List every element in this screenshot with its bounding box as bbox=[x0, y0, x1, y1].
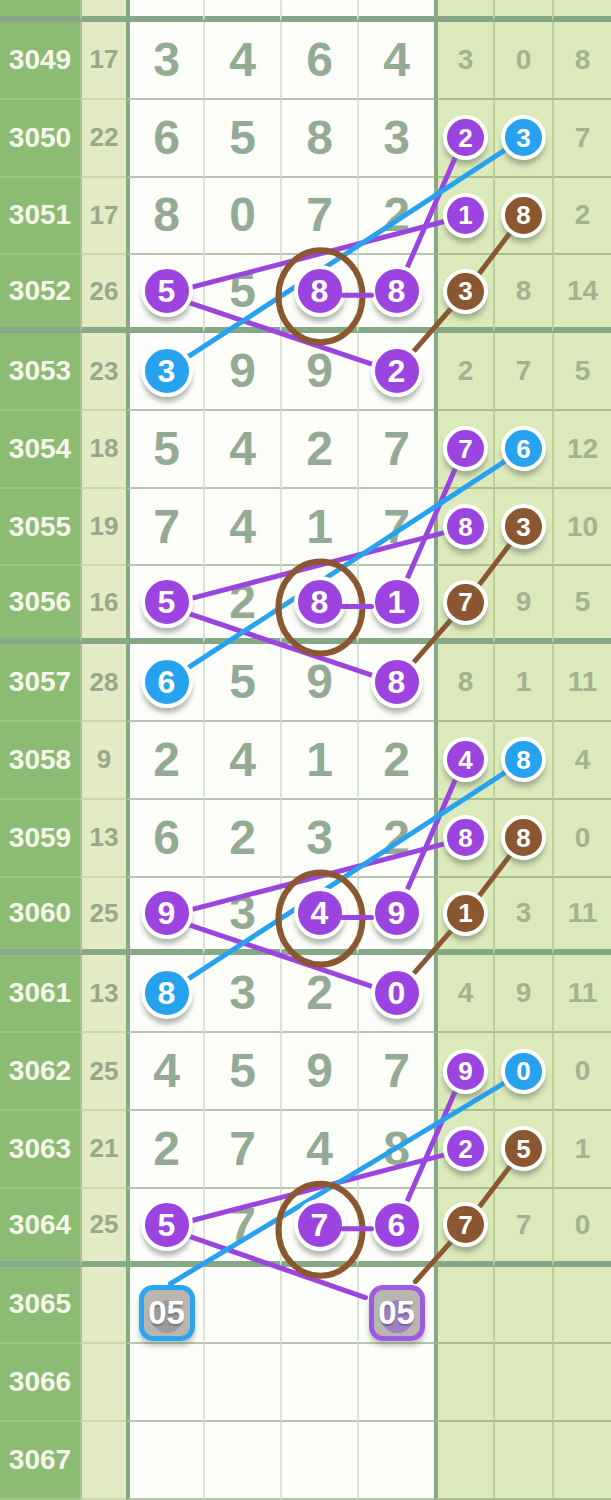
draw-digit: 6 bbox=[153, 114, 180, 162]
draw-digit-cell: 05 bbox=[126, 1267, 203, 1345]
draw-digit: 9 bbox=[229, 347, 256, 395]
draw-digit-cell bbox=[357, 1344, 434, 1422]
draw-digit-cell: 2 bbox=[126, 1111, 203, 1189]
stat-cell: 1 bbox=[434, 878, 493, 956]
draw-digit-cell: 3 bbox=[203, 878, 280, 956]
draw-digit: 1 bbox=[306, 736, 333, 784]
draw-digit: 2 bbox=[153, 736, 180, 784]
draw-digit: 4 bbox=[229, 503, 256, 551]
trend-circle-purple: 1 bbox=[371, 576, 423, 628]
issue-number: 3059 bbox=[0, 800, 80, 878]
trend-circle-blue: 6 bbox=[141, 656, 193, 708]
draw-digit: 8 bbox=[153, 191, 180, 239]
draw-digit-cell: 5 bbox=[126, 566, 203, 644]
stat-cell bbox=[493, 0, 552, 22]
draw-digit: 5 bbox=[229, 658, 256, 706]
stat-cell: 5 bbox=[493, 1111, 552, 1189]
stat-cell: 3 bbox=[434, 22, 493, 100]
sum-value bbox=[80, 1267, 126, 1345]
stat-digit: 11 bbox=[568, 899, 598, 927]
trend-circle-purple: 6 bbox=[371, 1199, 423, 1251]
chart-row-3064: 3064255776770 bbox=[0, 1189, 611, 1267]
prediction-box-purple: 05 bbox=[369, 1285, 425, 1341]
chart-row-3058: 305892412484 bbox=[0, 722, 611, 800]
draw-digit-cell: 0 bbox=[203, 178, 280, 256]
issue-number: 3067 bbox=[0, 1422, 80, 1500]
draw-digit: 7 bbox=[229, 1125, 256, 1173]
draw-digit: 4 bbox=[229, 736, 256, 784]
draw-digit: 2 bbox=[306, 425, 333, 473]
issue-label: 3062 bbox=[9, 1055, 71, 1087]
stat-digit: 3 bbox=[458, 46, 474, 74]
stat-cell: 7 bbox=[493, 1189, 552, 1267]
draw-digit-cell: 8 bbox=[357, 255, 434, 333]
stat-digit: 0 bbox=[575, 1211, 591, 1239]
stat-digit: 9 bbox=[516, 588, 532, 616]
draw-digit: 4 bbox=[153, 1047, 180, 1095]
stat-digit: 9 bbox=[516, 979, 532, 1007]
trend-circle-purple: 9 bbox=[371, 887, 423, 939]
draw-digit-cell: 3 bbox=[126, 333, 203, 411]
stat-cell: 1 bbox=[434, 178, 493, 256]
sum-label: 13 bbox=[90, 822, 119, 853]
stat-cell bbox=[552, 1267, 611, 1345]
draw-digit-cell: 0 bbox=[357, 955, 434, 1033]
chart-row-3066: 3066 bbox=[0, 1344, 611, 1422]
trend-circle-blue: 8 bbox=[501, 737, 546, 782]
issue-number: 3049 bbox=[0, 22, 80, 100]
draw-digit-cell: 2 bbox=[280, 955, 357, 1033]
trend-circle-purple: 8 bbox=[294, 576, 346, 628]
draw-digit: 7 bbox=[229, 1201, 256, 1249]
chart-row-3063: 3063212748251 bbox=[0, 1111, 611, 1189]
stat-cell bbox=[552, 1344, 611, 1422]
draw-digit-cell: 9 bbox=[357, 878, 434, 956]
issue-number: 3065 bbox=[0, 1267, 80, 1345]
draw-digit-cell: 8 bbox=[126, 178, 203, 256]
sum-label: 19 bbox=[90, 511, 119, 542]
sum-cell bbox=[80, 0, 126, 22]
issue-label: 3060 bbox=[9, 897, 71, 929]
issue-number: 3062 bbox=[0, 1033, 80, 1111]
draw-digit-cell: 2 bbox=[357, 722, 434, 800]
sum-value: 25 bbox=[80, 878, 126, 956]
draw-digit-cell: 4 bbox=[203, 489, 280, 567]
issue-label: 3056 bbox=[9, 586, 71, 618]
draw-digit: 5 bbox=[229, 267, 256, 315]
stat-cell: 8 bbox=[552, 22, 611, 100]
stat-cell: 3 bbox=[493, 489, 552, 567]
stat-digit: 11 bbox=[568, 668, 598, 696]
draw-digit: 2 bbox=[306, 969, 333, 1017]
draw-digit-cell bbox=[203, 1344, 280, 1422]
draw-digit-cell: 2 bbox=[357, 800, 434, 878]
draw-digit: 5 bbox=[229, 114, 256, 162]
issue-label: 3054 bbox=[9, 433, 71, 465]
stat-cell bbox=[434, 1267, 493, 1345]
issue-number: 3057 bbox=[0, 644, 80, 722]
issue-label: 3063 bbox=[9, 1133, 71, 1165]
draw-digit: 8 bbox=[383, 1125, 410, 1173]
issue-label: 3061 bbox=[9, 977, 71, 1009]
stat-digit: 2 bbox=[575, 201, 591, 229]
draw-digit-cell: 4 bbox=[203, 22, 280, 100]
draw-digit: 2 bbox=[383, 191, 410, 239]
stat-digit: 5 bbox=[575, 588, 591, 616]
sum-label: 25 bbox=[90, 898, 119, 929]
draw-digit-cell: 3 bbox=[357, 100, 434, 178]
draw-digit-cell bbox=[203, 1422, 280, 1500]
sum-label: 13 bbox=[90, 978, 119, 1009]
trend-circle-blue: 3 bbox=[501, 115, 546, 160]
sum-value: 18 bbox=[80, 411, 126, 489]
draw-digit-cell: 7 bbox=[280, 178, 357, 256]
stat-digit: 10 bbox=[567, 513, 598, 541]
issue-label: 3066 bbox=[9, 1366, 71, 1398]
draw-digit-cell: 4 bbox=[280, 1111, 357, 1189]
stat-cell: 11 bbox=[552, 644, 611, 722]
trend-circle-blue: 3 bbox=[141, 345, 193, 397]
sum-value: 23 bbox=[80, 333, 126, 411]
trend-circle-brown: 8 bbox=[501, 815, 546, 860]
draw-digit: 8 bbox=[306, 114, 333, 162]
stat-cell: 3 bbox=[493, 100, 552, 178]
sum-label: 25 bbox=[90, 1209, 119, 1240]
issue-label: 3051 bbox=[9, 199, 71, 231]
stat-cell: 2 bbox=[434, 1111, 493, 1189]
stat-cell: 9 bbox=[434, 1033, 493, 1111]
sum-value: 21 bbox=[80, 1111, 126, 1189]
stat-cell: 11 bbox=[552, 955, 611, 1033]
stat-cell: 14 bbox=[552, 255, 611, 333]
draw-digit: 9 bbox=[306, 1047, 333, 1095]
stat-cell: 7 bbox=[434, 566, 493, 644]
issue-number: 3051 bbox=[0, 178, 80, 256]
draw-digit-cell: 5 bbox=[126, 1189, 203, 1267]
issue-number: 3061 bbox=[0, 955, 80, 1033]
sum-value: 28 bbox=[80, 644, 126, 722]
trend-circle-purple: 7 bbox=[294, 1199, 346, 1251]
stat-cell: 6 bbox=[493, 411, 552, 489]
draw-digit: 6 bbox=[306, 36, 333, 84]
trend-circle-purple: 8 bbox=[371, 265, 423, 317]
issue-label: 3052 bbox=[9, 275, 71, 307]
draw-digit-cell: 1 bbox=[280, 489, 357, 567]
chart-row-3060: 30602593491311 bbox=[0, 878, 611, 956]
stat-digit: 8 bbox=[575, 46, 591, 74]
draw-digit: 3 bbox=[229, 969, 256, 1017]
sum-label: 17 bbox=[90, 44, 119, 75]
sum-value bbox=[80, 1422, 126, 1500]
issue-label: 3064 bbox=[9, 1209, 71, 1241]
trend-circle-purple: 2 bbox=[443, 1126, 488, 1171]
draw-digit-cell: 9 bbox=[203, 333, 280, 411]
stat-digit: 4 bbox=[458, 979, 474, 1007]
chart-row-3057: 30572865988111 bbox=[0, 644, 611, 722]
stat-cell: 8 bbox=[493, 800, 552, 878]
chart-row-3061: 30611383204911 bbox=[0, 955, 611, 1033]
stat-cell: 9 bbox=[493, 566, 552, 644]
stat-cell: 2 bbox=[434, 333, 493, 411]
draw-digit-cell: 2 bbox=[203, 800, 280, 878]
draw-digit-cell: 6 bbox=[126, 644, 203, 722]
draw-digit-cell: 4 bbox=[357, 22, 434, 100]
draw-digit: 2 bbox=[153, 1125, 180, 1173]
draw-digit-cell: 7 bbox=[203, 1111, 280, 1189]
issue-number: 3050 bbox=[0, 100, 80, 178]
stat-cell: 0 bbox=[493, 22, 552, 100]
stat-cell: 1 bbox=[552, 1111, 611, 1189]
stat-cell bbox=[434, 1422, 493, 1500]
draw-digit-cell: 2 bbox=[203, 566, 280, 644]
draw-digit-cell: 6 bbox=[126, 800, 203, 878]
draw-digit: 7 bbox=[153, 503, 180, 551]
draw-digit: 1 bbox=[306, 503, 333, 551]
stat-cell: 8 bbox=[434, 644, 493, 722]
chart-row-3055: 30551974178310 bbox=[0, 489, 611, 567]
draw-digit-cell bbox=[126, 1422, 203, 1500]
trend-circle-brown: 1 bbox=[443, 891, 488, 936]
stat-cell bbox=[493, 1267, 552, 1345]
sum-value: 19 bbox=[80, 489, 126, 567]
draw-digit-cell: 1 bbox=[357, 566, 434, 644]
draw-digit: 2 bbox=[383, 736, 410, 784]
issue-number: 3055 bbox=[0, 489, 80, 567]
stat-digit: 11 bbox=[568, 979, 598, 1007]
draw-digit: 3 bbox=[306, 814, 333, 862]
draw-digit: 7 bbox=[306, 191, 333, 239]
issue-number: 3058 bbox=[0, 722, 80, 800]
draw-digit: 7 bbox=[383, 503, 410, 551]
draw-digit-cell: 3 bbox=[280, 800, 357, 878]
chart-row-3056: 3056165281795 bbox=[0, 566, 611, 644]
trend-circle-blue: 0 bbox=[501, 1049, 546, 1094]
stat-cell: 5 bbox=[552, 566, 611, 644]
stat-digit: 7 bbox=[516, 1211, 532, 1239]
draw-digit-cell: 7 bbox=[357, 1033, 434, 1111]
chart-row-partial bbox=[0, 0, 611, 22]
draw-digit: 4 bbox=[306, 1125, 333, 1173]
issue-number: 3053 bbox=[0, 333, 80, 411]
trend-circle-blue: 8 bbox=[141, 967, 193, 1019]
sum-label: 9 bbox=[97, 744, 111, 775]
sum-value: 17 bbox=[80, 178, 126, 256]
stat-cell: 10 bbox=[552, 489, 611, 567]
draw-digit-cell: 9 bbox=[126, 878, 203, 956]
sum-label: 23 bbox=[90, 356, 119, 387]
draw-digit-cell: 8 bbox=[357, 1111, 434, 1189]
stat-cell: 5 bbox=[552, 333, 611, 411]
draw-digit-cell: 05 bbox=[357, 1267, 434, 1345]
draw-digit: 6 bbox=[153, 814, 180, 862]
issue-number: 3064 bbox=[0, 1189, 80, 1267]
trend-circle-purple: 2 bbox=[443, 115, 488, 160]
stat-digit: 7 bbox=[575, 124, 591, 152]
issue-number: 3060 bbox=[0, 878, 80, 956]
draw-digit: 4 bbox=[383, 36, 410, 84]
trend-circle-brown: 5 bbox=[501, 1126, 546, 1171]
stat-cell: 0 bbox=[552, 800, 611, 878]
stat-cell: 9 bbox=[493, 955, 552, 1033]
draw-digit-cell: 8 bbox=[126, 955, 203, 1033]
draw-digit: 5 bbox=[153, 425, 180, 473]
draw-digit: 5 bbox=[229, 1047, 256, 1095]
stat-digit: 4 bbox=[575, 746, 591, 774]
draw-digit-cell bbox=[126, 1344, 203, 1422]
chart-row-3067: 3067 bbox=[0, 1422, 611, 1500]
sum-value: 13 bbox=[80, 800, 126, 878]
prediction-box-blue: 05 bbox=[139, 1285, 195, 1341]
draw-digit-cell: 7 bbox=[280, 1189, 357, 1267]
stat-digit: 0 bbox=[516, 46, 532, 74]
draw-digit-cell: 5 bbox=[203, 644, 280, 722]
draw-digit-cell: 4 bbox=[203, 411, 280, 489]
issue-label: 3059 bbox=[9, 822, 71, 854]
draw-digit-cell: 3 bbox=[126, 22, 203, 100]
draw-digit-cell bbox=[357, 1422, 434, 1500]
stat-cell bbox=[552, 1422, 611, 1500]
draw-digit-cell: 5 bbox=[203, 1033, 280, 1111]
draw-digit-cell bbox=[126, 0, 203, 22]
stat-cell: 7 bbox=[493, 333, 552, 411]
draw-digit-cell: 3 bbox=[203, 955, 280, 1033]
issue-label: 3057 bbox=[9, 666, 71, 698]
stat-digit: 12 bbox=[567, 435, 598, 463]
trend-circle-brown: 3 bbox=[501, 504, 546, 549]
draw-digit: 3 bbox=[229, 889, 256, 937]
stat-cell: 8 bbox=[493, 178, 552, 256]
trend-circle-purple: 5 bbox=[141, 1199, 193, 1251]
draw-digit: 3 bbox=[383, 114, 410, 162]
draw-digit-cell: 6 bbox=[126, 100, 203, 178]
draw-digit-cell: 8 bbox=[280, 255, 357, 333]
stat-cell bbox=[493, 1344, 552, 1422]
sum-value: 22 bbox=[80, 100, 126, 178]
draw-digit-cell: 2 bbox=[280, 411, 357, 489]
draw-digit-cell bbox=[280, 1344, 357, 1422]
trend-circle-purple: 8 bbox=[294, 265, 346, 317]
draw-digit-cell: 2 bbox=[357, 178, 434, 256]
trend-circle-brown: 8 bbox=[501, 193, 546, 238]
sum-label: 16 bbox=[90, 587, 119, 618]
issue-label: 3055 bbox=[9, 511, 71, 543]
trend-circle-purple: 4 bbox=[443, 737, 488, 782]
sum-value: 13 bbox=[80, 955, 126, 1033]
issue-label: 3050 bbox=[9, 122, 71, 154]
trend-circle-purple: 8 bbox=[371, 656, 423, 708]
trend-circle-purple: 8 bbox=[443, 815, 488, 860]
trend-circle-purple: 8 bbox=[443, 504, 488, 549]
draw-digit-cell: 9 bbox=[280, 644, 357, 722]
stat-cell: 8 bbox=[434, 489, 493, 567]
sum-label: 18 bbox=[90, 433, 119, 464]
sum-value: 9 bbox=[80, 722, 126, 800]
trend-circle-purple: 7 bbox=[443, 426, 488, 471]
stat-digit: 8 bbox=[516, 277, 532, 305]
draw-digit: 7 bbox=[383, 1047, 410, 1095]
trend-circle-purple: 4 bbox=[294, 887, 346, 939]
draw-digit-cell: 9 bbox=[280, 333, 357, 411]
stat-cell bbox=[493, 1422, 552, 1500]
lottery-trend-chart: 3049173464308305022658323730511780721823… bbox=[0, 0, 611, 1500]
stat-cell: 8 bbox=[493, 722, 552, 800]
issue-number: 3052 bbox=[0, 255, 80, 333]
stat-digit: 8 bbox=[458, 668, 474, 696]
draw-digit-cell: 7 bbox=[203, 1189, 280, 1267]
draw-digit-cell: 8 bbox=[280, 100, 357, 178]
draw-digit-cell: 7 bbox=[357, 489, 434, 567]
trend-circle-purple: 5 bbox=[141, 265, 193, 317]
stat-cell bbox=[434, 1344, 493, 1422]
sum-value: 26 bbox=[80, 255, 126, 333]
draw-digit-cell: 2 bbox=[357, 333, 434, 411]
stat-cell: 0 bbox=[493, 1033, 552, 1111]
sum-label: 17 bbox=[90, 200, 119, 231]
draw-digit: 9 bbox=[306, 347, 333, 395]
draw-digit: 7 bbox=[383, 425, 410, 473]
sum-label: 25 bbox=[90, 1056, 119, 1087]
stat-digit: 0 bbox=[575, 1057, 591, 1085]
draw-digit: 2 bbox=[229, 578, 256, 626]
issue-number: 3054 bbox=[0, 411, 80, 489]
chart-row-3049: 3049173464308 bbox=[0, 22, 611, 100]
draw-digit-cell: 5 bbox=[126, 411, 203, 489]
issue-cell bbox=[0, 0, 80, 22]
trend-circle-blue: 6 bbox=[501, 426, 546, 471]
draw-digit-cell: 4 bbox=[203, 722, 280, 800]
draw-digit: 4 bbox=[229, 36, 256, 84]
issue-label: 3053 bbox=[9, 355, 71, 387]
chart-row-3059: 3059136232880 bbox=[0, 800, 611, 878]
sum-label: 21 bbox=[90, 1133, 119, 1164]
issue-number: 3066 bbox=[0, 1344, 80, 1422]
stat-cell: 1 bbox=[493, 644, 552, 722]
trend-circle-purple: 5 bbox=[141, 576, 193, 628]
stat-cell: 8 bbox=[493, 255, 552, 333]
draw-digit-cell bbox=[280, 1267, 357, 1345]
chart-row-3050: 3050226583237 bbox=[0, 100, 611, 178]
draw-digit: 4 bbox=[229, 425, 256, 473]
draw-digit-cell: 4 bbox=[280, 878, 357, 956]
stat-digit: 1 bbox=[516, 668, 532, 696]
draw-digit: 9 bbox=[306, 658, 333, 706]
sum-value: 25 bbox=[80, 1033, 126, 1111]
draw-digit: 2 bbox=[383, 814, 410, 862]
issue-label: 3067 bbox=[9, 1444, 71, 1476]
draw-digit-cell bbox=[280, 0, 357, 22]
draw-digit-cell bbox=[280, 1422, 357, 1500]
trend-circle-purple: 0 bbox=[371, 967, 423, 1019]
draw-digit-cell bbox=[203, 1267, 280, 1345]
draw-digit-cell: 5 bbox=[203, 100, 280, 178]
draw-digit: 0 bbox=[229, 191, 256, 239]
draw-digit-cell: 7 bbox=[126, 489, 203, 567]
draw-digit-cell: 6 bbox=[280, 22, 357, 100]
issue-label: 3065 bbox=[9, 1288, 71, 1320]
stat-cell: 4 bbox=[434, 722, 493, 800]
sum-label: 26 bbox=[90, 276, 119, 307]
trend-circle-purple: 1 bbox=[443, 193, 488, 238]
stat-cell: 8 bbox=[434, 800, 493, 878]
draw-digit-cell: 7 bbox=[357, 411, 434, 489]
stat-cell: 2 bbox=[552, 178, 611, 256]
stat-cell: 7 bbox=[552, 100, 611, 178]
sum-label: 22 bbox=[90, 122, 119, 153]
stat-cell bbox=[552, 0, 611, 22]
draw-digit-cell: 1 bbox=[280, 722, 357, 800]
trend-circle-brown: 7 bbox=[443, 580, 488, 625]
issue-label: 3049 bbox=[9, 44, 71, 76]
